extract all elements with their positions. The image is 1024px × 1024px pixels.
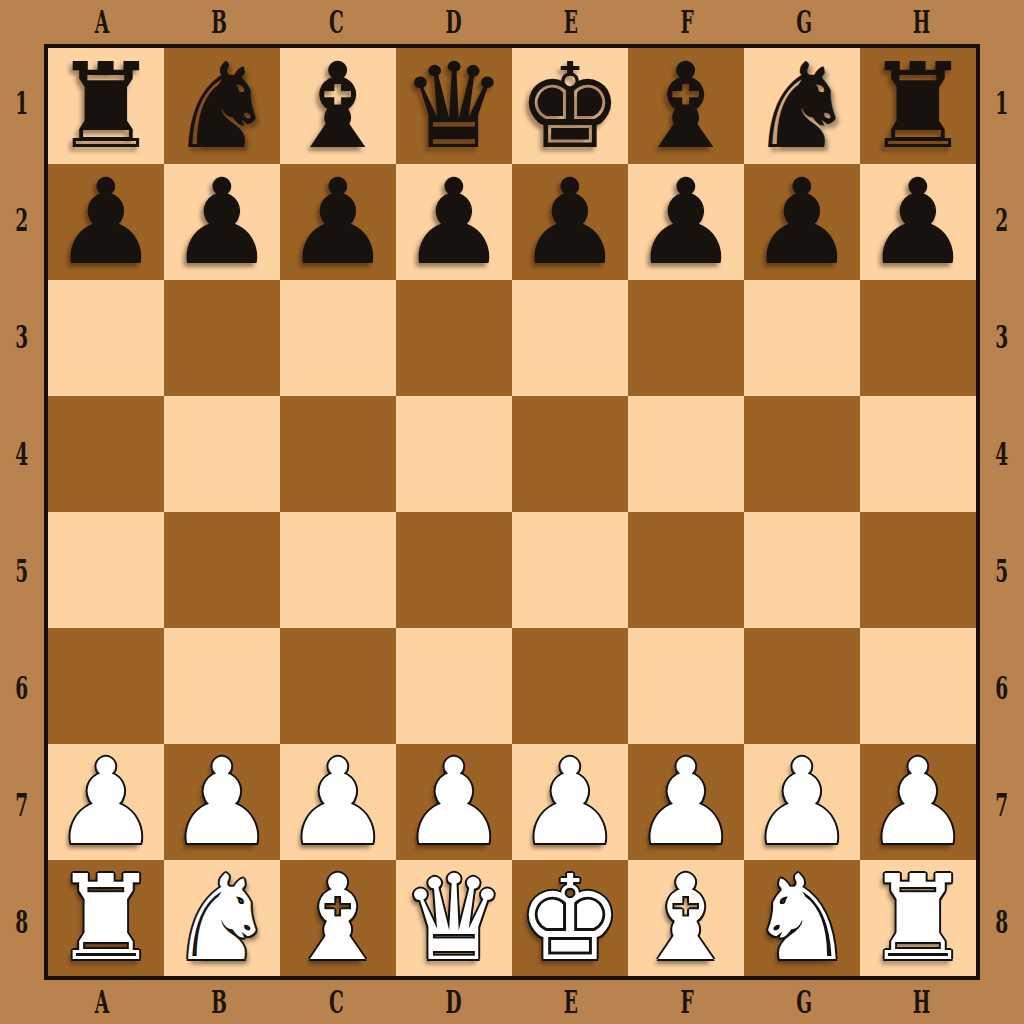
rank-label-4: 4 (0, 395, 44, 512)
square-A6[interactable] (48, 628, 164, 744)
piece-black-pawn-G2[interactable]: ♟ (749, 164, 855, 280)
square-H2[interactable]: ♟ (860, 164, 976, 280)
file-label-text: D (445, 4, 461, 40)
square-B2[interactable]: ♟ (164, 164, 280, 280)
rank-label-7: 7 (0, 746, 44, 863)
square-C5[interactable] (280, 512, 396, 628)
square-H6[interactable] (860, 628, 976, 744)
rank-label-6: 6 (980, 629, 1024, 746)
square-D7[interactable]: ♟ (396, 744, 512, 860)
rank-labels-left: 12345678 (0, 44, 44, 980)
piece-black-rook-A1[interactable]: ♜ (53, 48, 159, 164)
square-C2[interactable]: ♟ (280, 164, 396, 280)
square-E6[interactable] (512, 628, 628, 744)
rank-label-3: 3 (0, 278, 44, 395)
square-F2[interactable]: ♟ (628, 164, 744, 280)
square-E3[interactable] (512, 280, 628, 396)
square-C3[interactable] (280, 280, 396, 396)
square-E2[interactable]: ♟ (512, 164, 628, 280)
rank-labels-right: 12345678 (980, 44, 1024, 980)
rank-label-text: 4 (16, 436, 29, 472)
piece-white-pawn-H7[interactable]: ♟ (865, 744, 971, 860)
square-A1[interactable]: ♜ (48, 48, 164, 164)
piece-black-knight-G1[interactable]: ♞ (749, 48, 855, 164)
piece-black-bishop-C1[interactable]: ♝ (285, 48, 391, 164)
square-A2[interactable]: ♟ (48, 164, 164, 280)
piece-white-knight-G8[interactable]: ♞ (749, 860, 855, 976)
rank-label-text: 8 (996, 904, 1009, 940)
square-G6[interactable] (744, 628, 860, 744)
file-label-text: C (329, 4, 344, 40)
piece-white-rook-A8[interactable]: ♜ (53, 860, 159, 976)
file-label-text: C (329, 984, 344, 1020)
square-C6[interactable] (280, 628, 396, 744)
chess-board: ♜♞♝♛♚♝♞♜♟♟♟♟♟♟♟♟♟♟♟♟♟♟♟♟♜♞♝♛♚♝♞♜ (44, 44, 980, 980)
square-G8[interactable]: ♞ (744, 860, 860, 976)
square-B8[interactable]: ♞ (164, 860, 280, 976)
rank-label-text: 8 (16, 904, 29, 940)
square-F7[interactable]: ♟ (628, 744, 744, 860)
square-F8[interactable]: ♝ (628, 860, 744, 976)
rank-label-8: 8 (0, 863, 44, 980)
file-label-text: H (913, 4, 931, 40)
rank-label-4: 4 (980, 395, 1024, 512)
rank-label-6: 6 (0, 629, 44, 746)
piece-white-queen-D8[interactable]: ♛ (401, 860, 507, 976)
rank-label-3: 3 (980, 278, 1024, 395)
square-D8[interactable]: ♛ (396, 860, 512, 976)
square-B6[interactable] (164, 628, 280, 744)
rank-label-text: 6 (996, 670, 1009, 706)
square-B4[interactable] (164, 396, 280, 512)
square-D5[interactable] (396, 512, 512, 628)
piece-black-rook-H1[interactable]: ♜ (865, 48, 971, 164)
piece-black-pawn-A2[interactable]: ♟ (53, 164, 159, 280)
square-A8[interactable]: ♜ (48, 860, 164, 976)
square-C7[interactable]: ♟ (280, 744, 396, 860)
square-D3[interactable] (396, 280, 512, 396)
file-label-text: E (563, 984, 577, 1020)
rank-label-1: 1 (0, 44, 44, 161)
piece-white-pawn-D7[interactable]: ♟ (401, 744, 507, 860)
rank-label-text: 7 (16, 787, 29, 823)
file-label-text: A (95, 984, 109, 1020)
piece-white-bishop-F8[interactable]: ♝ (633, 860, 739, 976)
piece-white-pawn-B7[interactable]: ♟ (169, 744, 275, 860)
square-E4[interactable] (512, 396, 628, 512)
square-C4[interactable] (280, 396, 396, 512)
rank-label-8: 8 (980, 863, 1024, 980)
square-H7[interactable]: ♟ (860, 744, 976, 860)
file-label-text: B (212, 984, 228, 1020)
rank-label-7: 7 (980, 746, 1024, 863)
square-D2[interactable]: ♟ (396, 164, 512, 280)
rank-label-2: 2 (980, 161, 1024, 278)
piece-black-king-E1[interactable]: ♚ (517, 48, 623, 164)
square-F1[interactable]: ♝ (628, 48, 744, 164)
square-E8[interactable]: ♚ (512, 860, 628, 976)
rank-label-text: 2 (996, 202, 1009, 238)
file-label-text: A (95, 4, 109, 40)
piece-white-pawn-E7[interactable]: ♟ (517, 744, 623, 860)
file-label-text: G (797, 4, 813, 40)
piece-black-pawn-D2[interactable]: ♟ (401, 164, 507, 280)
piece-black-pawn-B2[interactable]: ♟ (169, 164, 275, 280)
square-E1[interactable]: ♚ (512, 48, 628, 164)
square-D6[interactable] (396, 628, 512, 744)
square-B5[interactable] (164, 512, 280, 628)
square-B7[interactable]: ♟ (164, 744, 280, 860)
square-E5[interactable] (512, 512, 628, 628)
piece-white-rook-H8[interactable]: ♜ (865, 860, 971, 976)
file-label-text: E (563, 4, 577, 40)
piece-white-pawn-G7[interactable]: ♟ (749, 744, 855, 860)
piece-black-pawn-H2[interactable]: ♟ (865, 164, 971, 280)
file-label-text: B (212, 4, 228, 40)
chess-board-frame: ABCDEFGH ABCDEFGH 12345678 12345678 ♜♞♝♛… (0, 0, 1024, 1024)
square-G5[interactable] (744, 512, 860, 628)
piece-black-queen-D1[interactable]: ♛ (401, 48, 507, 164)
square-F5[interactable] (628, 512, 744, 628)
rank-label-text: 3 (996, 319, 1009, 355)
piece-white-pawn-F7[interactable]: ♟ (633, 744, 739, 860)
square-F6[interactable] (628, 628, 744, 744)
file-label-text: F (681, 4, 694, 40)
rank-label-text: 1 (16, 85, 29, 121)
square-G7[interactable]: ♟ (744, 744, 860, 860)
file-label-text: D (445, 984, 461, 1020)
square-A7[interactable]: ♟ (48, 744, 164, 860)
square-H3[interactable] (860, 280, 976, 396)
rank-label-text: 5 (16, 553, 29, 589)
rank-label-1: 1 (980, 44, 1024, 161)
square-B1[interactable]: ♞ (164, 48, 280, 164)
square-H1[interactable]: ♜ (860, 48, 976, 164)
piece-white-bishop-C8[interactable]: ♝ (285, 860, 391, 976)
square-A3[interactable] (48, 280, 164, 396)
piece-black-pawn-F2[interactable]: ♟ (633, 164, 739, 280)
rank-label-text: 7 (996, 787, 1009, 823)
square-G1[interactable]: ♞ (744, 48, 860, 164)
square-E7[interactable]: ♟ (512, 744, 628, 860)
rank-label-text: 5 (996, 553, 1009, 589)
square-H4[interactable] (860, 396, 976, 512)
square-F4[interactable] (628, 396, 744, 512)
piece-black-bishop-F1[interactable]: ♝ (633, 48, 739, 164)
square-H5[interactable] (860, 512, 976, 628)
piece-white-knight-B8[interactable]: ♞ (169, 860, 275, 976)
square-C8[interactable]: ♝ (280, 860, 396, 976)
rank-label-text: 2 (16, 202, 29, 238)
square-F3[interactable] (628, 280, 744, 396)
square-G2[interactable]: ♟ (744, 164, 860, 280)
square-D1[interactable]: ♛ (396, 48, 512, 164)
square-C1[interactable]: ♝ (280, 48, 396, 164)
piece-white-pawn-A7[interactable]: ♟ (53, 744, 159, 860)
rank-label-text: 4 (996, 436, 1009, 472)
rank-label-text: 3 (16, 319, 29, 355)
square-D4[interactable] (396, 396, 512, 512)
rank-label-text: 1 (996, 85, 1009, 121)
rank-label-5: 5 (980, 512, 1024, 629)
square-G3[interactable] (744, 280, 860, 396)
rank-label-5: 5 (0, 512, 44, 629)
file-label-text: G (797, 984, 813, 1020)
square-B3[interactable] (164, 280, 280, 396)
piece-white-king-E8[interactable]: ♚ (517, 860, 623, 976)
piece-white-pawn-C7[interactable]: ♟ (285, 744, 391, 860)
square-A4[interactable] (48, 396, 164, 512)
square-H8[interactable]: ♜ (860, 860, 976, 976)
piece-black-pawn-C2[interactable]: ♟ (285, 164, 391, 280)
square-G4[interactable] (744, 396, 860, 512)
file-label-text: H (913, 984, 931, 1020)
rank-label-text: 6 (16, 670, 29, 706)
piece-black-pawn-E2[interactable]: ♟ (517, 164, 623, 280)
rank-label-2: 2 (0, 161, 44, 278)
piece-black-knight-B1[interactable]: ♞ (169, 48, 275, 164)
square-A5[interactable] (48, 512, 164, 628)
file-label-text: F (681, 984, 694, 1020)
